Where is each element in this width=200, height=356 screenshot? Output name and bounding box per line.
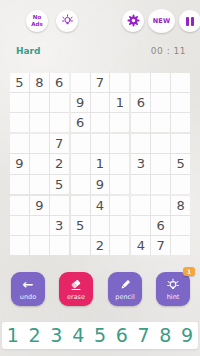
cell-r4c6[interactable] [110,134,129,153]
cell-r1c4[interactable] [71,73,90,92]
cell-r4c4[interactable] [71,134,90,153]
cell-r6c8[interactable] [151,175,170,194]
cell-r8c9[interactable] [171,216,190,235]
cell-r9c6[interactable] [110,236,129,255]
cell-r9c3[interactable] [50,236,69,255]
undo-arrow-icon: ← [23,275,34,294]
cell-r5c2[interactable] [30,154,49,173]
cell-r3c2[interactable] [30,113,49,132]
erase-button[interactable]: erase [59,272,93,306]
box-1: 586 [10,73,69,132]
pencil-icon [119,275,132,294]
cell-r3c4[interactable]: 6 [71,113,90,132]
new-game-label: NEW [153,17,171,25]
cell-r8c5[interactable] [91,216,110,235]
cell-r6c3[interactable]: 5 [50,175,69,194]
cell-r6c2[interactable] [30,175,49,194]
cell-r8c4[interactable]: 5 [71,216,90,235]
settings-button[interactable] [122,10,144,32]
cell-r5c8[interactable] [151,154,170,173]
cell-r6c7[interactable] [131,175,150,194]
box-6: 35 [131,134,190,193]
box-4: 7925 [10,134,69,193]
numpad-4[interactable]: 4 [72,326,84,345]
cell-r7c1[interactable] [10,196,29,215]
cell-r9c2[interactable] [30,236,49,255]
cell-r8c3[interactable]: 3 [50,216,69,235]
cell-r8c2[interactable] [30,216,49,235]
numpad-1[interactable]: 1 [7,326,19,345]
no-ads-label: No Ads [31,14,42,28]
cell-r4c2[interactable] [30,134,49,153]
lightbulb-icon [61,12,74,31]
cell-r7c8[interactable] [151,196,170,215]
cell-r1c2[interactable]: 8 [30,73,49,92]
cell-r6c6[interactable] [110,175,129,194]
cell-r5c7[interactable]: 3 [131,154,150,173]
cell-r6c5[interactable]: 9 [91,175,110,194]
cell-r3c1[interactable] [10,113,29,132]
box-7: 93 [10,196,69,255]
hint-count-badge: 1 [183,267,195,276]
cell-r6c1[interactable] [10,175,29,194]
numpad-5[interactable]: 5 [94,326,106,345]
difficulty-label: Hard [16,46,41,56]
numpad-8[interactable]: 8 [159,326,171,345]
cell-r7c5[interactable]: 4 [91,196,110,215]
numpad-3[interactable]: 3 [50,326,62,345]
cell-r8c8[interactable]: 6 [151,216,170,235]
cell-r2c2[interactable] [30,93,49,112]
gear-icon [127,12,140,31]
cell-r4c5[interactable] [91,134,110,153]
sudoku-app: No Ads [0,0,200,356]
no-ads-button[interactable]: No Ads [26,10,48,32]
cell-r3c8[interactable] [151,113,170,132]
cell-r7c9[interactable]: 8 [171,196,190,215]
cell-r7c3[interactable] [50,196,69,215]
cell-r2c5[interactable] [91,93,110,112]
cell-r7c2[interactable]: 9 [30,196,49,215]
cell-r5c5[interactable]: 1 [91,154,110,173]
cell-r2c1[interactable] [10,93,29,112]
box-9: 8647 [131,196,190,255]
undo-button[interactable]: ← undo [11,272,45,306]
cell-r5c6[interactable] [110,154,129,173]
cell-r4c3[interactable]: 7 [50,134,69,153]
numpad-9[interactable]: 9 [181,326,193,345]
cell-r6c4[interactable] [71,175,90,194]
pause-button[interactable] [179,10,200,32]
cell-r4c8[interactable] [151,134,170,153]
number-pad: 123456789 [2,322,198,349]
cell-r5c4[interactable] [71,154,90,173]
daily-hint-button[interactable] [56,10,78,32]
cell-r2c9[interactable] [171,93,190,112]
box-2: 7916 [71,73,130,132]
cell-r1c5[interactable]: 7 [91,73,110,92]
cell-r9c8[interactable]: 7 [151,236,170,255]
cell-r3c9[interactable] [171,113,190,132]
cell-r9c1[interactable] [10,236,29,255]
box-8: 452 [71,196,130,255]
cell-r8c6[interactable] [110,216,129,235]
cell-r7c7[interactable] [131,196,150,215]
undo-label: undo [20,294,36,301]
cell-r2c8[interactable] [151,93,170,112]
cell-r3c5[interactable] [91,113,110,132]
cell-r9c5[interactable]: 2 [91,236,110,255]
cell-r1c1[interactable]: 5 [10,73,29,92]
new-game-button[interactable]: NEW [148,9,175,33]
cell-r1c8[interactable] [151,73,170,92]
cell-r5c1[interactable]: 9 [10,154,29,173]
box-3: 6 [131,73,190,132]
cell-r8c1[interactable] [10,216,29,235]
cell-r3c7[interactable] [131,113,150,132]
cell-r2c6[interactable]: 1 [110,93,129,112]
cell-r4c7[interactable] [131,134,150,153]
pencil-button[interactable]: pencil [108,272,142,306]
cell-r4c9[interactable] [171,134,190,153]
cell-r2c4[interactable]: 9 [71,93,90,112]
numpad-2[interactable]: 2 [29,326,41,345]
cell-r5c3[interactable]: 2 [50,154,69,173]
sudoku-board: 5867916679251935934528647 [10,73,190,255]
cell-r1c3[interactable]: 6 [50,73,69,92]
cell-r6c9[interactable] [171,175,190,194]
cell-r8c7[interactable] [131,216,150,235]
cell-r2c3[interactable] [50,93,69,112]
cell-r5c9[interactable]: 5 [171,154,190,173]
cell-r9c7[interactable]: 4 [131,236,150,255]
timer: 00 : 11 [151,46,186,56]
cell-r4c1[interactable] [10,134,29,153]
hint-label: hint [167,294,180,301]
pause-icon [186,17,194,26]
hint-button[interactable]: 1 hint [156,272,190,306]
numpad-7[interactable]: 7 [137,326,149,345]
cell-r2c7[interactable]: 6 [131,93,150,112]
cell-r3c3[interactable] [50,113,69,132]
erase-label: erase [67,294,85,301]
cell-r1c6[interactable] [110,73,129,92]
cell-r7c6[interactable] [110,196,129,215]
lightbulb-icon [166,275,180,294]
pencil-label: pencil [115,294,134,301]
cell-r1c7[interactable] [131,73,150,92]
box-5: 19 [71,134,130,193]
cell-r7c4[interactable] [71,196,90,215]
cell-r3c6[interactable] [110,113,129,132]
cell-r9c4[interactable] [71,236,90,255]
cell-r1c9[interactable] [171,73,190,92]
eraser-icon [69,275,83,294]
cell-r9c9[interactable] [171,236,190,255]
numpad-6[interactable]: 6 [116,326,128,345]
